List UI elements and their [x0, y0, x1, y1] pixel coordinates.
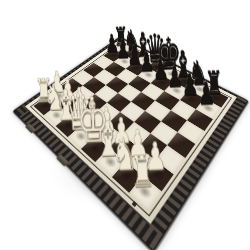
- piece-black-pawn: ♟: [197, 78, 216, 110]
- square-d5: [118, 84, 142, 102]
- board-frame: ♜♞♝♛♚♝♞♜♟♟♟♟♟♟♟♟♟♟♟♟♟♟♟♟♜♞♝♛♚♝♞♜: [25, 39, 237, 224]
- perspective-scene: ♜♞♝♛♚♝♞♜♟♟♟♟♟♟♟♟♟♟♟♟♟♟♟♟♜♞♝♛♚♝♞♜: [0, 0, 250, 250]
- piece-white-rook: ♜: [130, 150, 156, 194]
- chess-board: ♜♞♝♛♚♝♞♜♟♟♟♟♟♟♟♟♟♟♟♟♟♟♟♟♜♞♝♛♚♝♞♜: [25, 39, 237, 224]
- board-grid: ♜♞♝♛♚♝♞♜♟♟♟♟♟♟♟♟♟♟♟♟♟♟♟♟♜♞♝♛♚♝♞♜: [34, 43, 229, 211]
- product-photo-stage: ♜♞♝♛♚♝♞♜♟♟♟♟♟♟♟♟♟♟♟♟♟♟♟♟♜♞♝♛♚♝♞♜: [0, 0, 250, 250]
- border-print-mark: [131, 201, 137, 207]
